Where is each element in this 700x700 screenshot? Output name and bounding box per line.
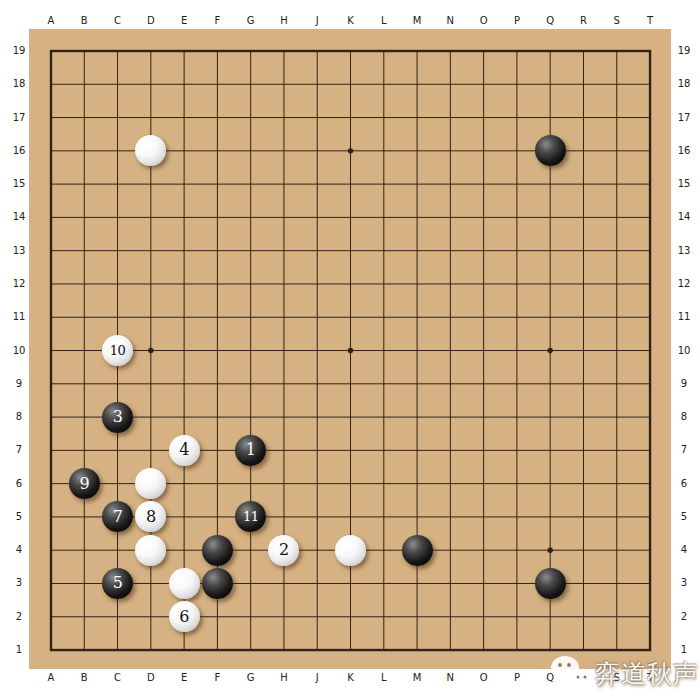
coord-top-S: S bbox=[607, 15, 627, 27]
coord-top-R: R bbox=[573, 15, 593, 27]
coord-left-2: 2 bbox=[9, 611, 29, 623]
coord-right-10: 10 bbox=[674, 345, 694, 357]
coord-top-J: J bbox=[307, 15, 327, 27]
coord-right-8: 8 bbox=[674, 411, 694, 423]
coord-bottom-K: K bbox=[341, 672, 361, 684]
stone-C3: 5 bbox=[102, 568, 133, 599]
go-diagram: AA1919BB1818CC1717DD1616EE1515FF1414GG13… bbox=[0, 0, 700, 700]
coord-right-19: 19 bbox=[674, 45, 694, 57]
stone-Q16 bbox=[535, 135, 566, 166]
stone-B6: 9 bbox=[69, 468, 100, 499]
coord-top-K: K bbox=[341, 15, 361, 27]
coord-top-D: D bbox=[141, 15, 161, 27]
coord-left-6: 6 bbox=[9, 478, 29, 490]
coord-bottom-J: J bbox=[307, 672, 327, 684]
stone-number: 9 bbox=[79, 476, 89, 492]
coord-right-6: 6 bbox=[674, 478, 694, 490]
coord-top-E: E bbox=[174, 15, 194, 27]
stone-D4 bbox=[135, 535, 166, 566]
star-point-K10 bbox=[348, 348, 353, 353]
coord-right-12: 12 bbox=[674, 278, 694, 290]
coord-left-5: 5 bbox=[9, 511, 29, 523]
coord-right-13: 13 bbox=[674, 245, 694, 257]
coord-top-B: B bbox=[74, 15, 94, 27]
stone-number: 4 bbox=[179, 442, 189, 458]
coord-bottom-G: G bbox=[241, 672, 261, 684]
wechat-logo-icon bbox=[549, 653, 593, 693]
stone-C8: 3 bbox=[102, 402, 133, 433]
coord-right-15: 15 bbox=[674, 178, 694, 190]
coord-top-O: O bbox=[474, 15, 494, 27]
star-point-Q4 bbox=[548, 548, 553, 553]
coord-left-4: 4 bbox=[9, 544, 29, 556]
coord-top-C: C bbox=[108, 15, 128, 27]
stone-number: 10 bbox=[110, 344, 126, 357]
coord-bottom-F: F bbox=[207, 672, 227, 684]
coord-bottom-O: O bbox=[474, 672, 494, 684]
coord-top-H: H bbox=[274, 15, 294, 27]
coord-right-4: 4 bbox=[674, 544, 694, 556]
stone-C10: 10 bbox=[102, 335, 133, 366]
coord-top-A: A bbox=[41, 15, 61, 27]
coord-right-18: 18 bbox=[674, 78, 694, 90]
stone-number: 7 bbox=[113, 509, 123, 525]
coord-left-15: 15 bbox=[9, 178, 29, 190]
coord-left-18: 18 bbox=[9, 78, 29, 90]
coord-left-10: 10 bbox=[9, 345, 29, 357]
stone-H4: 2 bbox=[268, 535, 299, 566]
coord-top-M: M bbox=[407, 15, 427, 27]
stone-number: 6 bbox=[179, 609, 189, 625]
coord-right-14: 14 bbox=[674, 211, 694, 223]
coord-right-9: 9 bbox=[674, 378, 694, 390]
coord-bottom-N: N bbox=[440, 672, 460, 684]
stone-F4 bbox=[202, 535, 233, 566]
coord-right-7: 7 bbox=[674, 444, 694, 456]
coord-top-T: T bbox=[640, 15, 660, 27]
stone-G7: 1 bbox=[235, 435, 266, 466]
coord-left-13: 13 bbox=[9, 245, 29, 257]
coord-bottom-C: C bbox=[108, 672, 128, 684]
coord-top-G: G bbox=[241, 15, 261, 27]
star-point-Q10 bbox=[548, 348, 553, 353]
coord-bottom-M: M bbox=[407, 672, 427, 684]
coord-bottom-L: L bbox=[374, 672, 394, 684]
coord-bottom-P: P bbox=[507, 672, 527, 684]
coord-bottom-E: E bbox=[174, 672, 194, 684]
stone-number: 1 bbox=[246, 442, 256, 458]
coord-left-7: 7 bbox=[9, 444, 29, 456]
stone-F3 bbox=[202, 568, 233, 599]
coord-top-P: P bbox=[507, 15, 527, 27]
stone-number: 2 bbox=[279, 542, 289, 558]
coord-left-11: 11 bbox=[9, 311, 29, 323]
coord-right-17: 17 bbox=[674, 112, 694, 124]
coord-right-2: 2 bbox=[674, 611, 694, 623]
star-point-K16 bbox=[348, 148, 353, 153]
coord-top-Q: Q bbox=[540, 15, 560, 27]
coord-left-1: 1 bbox=[9, 644, 29, 656]
coord-bottom-B: B bbox=[74, 672, 94, 684]
coord-left-12: 12 bbox=[9, 278, 29, 290]
stone-E2: 6 bbox=[169, 601, 200, 632]
coord-bottom-H: H bbox=[274, 672, 294, 684]
stone-E7: 4 bbox=[169, 435, 200, 466]
stone-number: 3 bbox=[113, 409, 123, 425]
coord-left-9: 9 bbox=[9, 378, 29, 390]
coord-right-3: 3 bbox=[674, 577, 694, 589]
watermark: 弈道秋声 bbox=[549, 653, 699, 693]
coord-left-14: 14 bbox=[9, 211, 29, 223]
coord-top-L: L bbox=[374, 15, 394, 27]
stone-M4 bbox=[402, 535, 433, 566]
stone-number: 5 bbox=[113, 575, 123, 591]
coord-left-19: 19 bbox=[9, 45, 29, 57]
coord-top-F: F bbox=[207, 15, 227, 27]
watermark-text: 弈道秋声 bbox=[595, 657, 699, 690]
coord-left-3: 3 bbox=[9, 577, 29, 589]
coord-left-17: 17 bbox=[9, 112, 29, 124]
coord-top-N: N bbox=[440, 15, 460, 27]
coord-right-5: 5 bbox=[674, 511, 694, 523]
coord-right-11: 11 bbox=[674, 311, 694, 323]
star-point-D10 bbox=[148, 348, 153, 353]
coord-right-16: 16 bbox=[674, 145, 694, 157]
stone-number: 8 bbox=[146, 509, 156, 525]
stone-Q3 bbox=[535, 568, 566, 599]
stone-K4 bbox=[335, 535, 366, 566]
coord-bottom-A: A bbox=[41, 672, 61, 684]
coord-left-8: 8 bbox=[9, 411, 29, 423]
stone-number: 11 bbox=[243, 510, 259, 523]
coord-left-16: 16 bbox=[9, 145, 29, 157]
coord-bottom-D: D bbox=[141, 672, 161, 684]
stone-E3 bbox=[169, 568, 200, 599]
